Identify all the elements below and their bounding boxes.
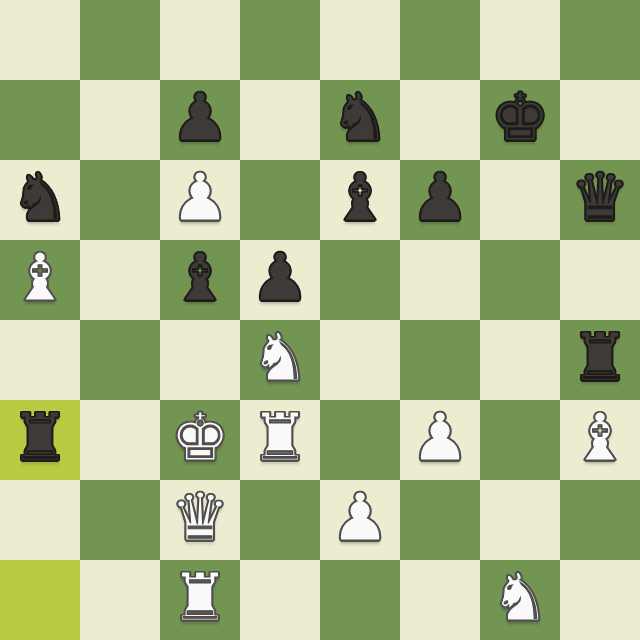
square-h4[interactable]: ♜ — [560, 320, 640, 400]
square-b1[interactable] — [80, 560, 160, 640]
square-d7[interactable] — [240, 80, 320, 160]
white-pawn-c6[interactable]: ♟ — [170, 158, 229, 238]
square-b4[interactable] — [80, 320, 160, 400]
square-d1[interactable] — [240, 560, 320, 640]
square-b2[interactable] — [80, 480, 160, 560]
square-e4[interactable] — [320, 320, 400, 400]
square-c8[interactable] — [160, 0, 240, 80]
square-h7[interactable] — [560, 80, 640, 160]
black-rook-a3[interactable]: ♜ — [10, 398, 69, 478]
square-a7[interactable] — [0, 80, 80, 160]
square-h3[interactable]: ♝ — [560, 400, 640, 480]
white-knight-g1[interactable]: ♞ — [490, 558, 549, 638]
white-bishop-a5[interactable]: ♝ — [10, 238, 69, 318]
black-bishop-c5[interactable]: ♝ — [170, 238, 229, 318]
square-d4[interactable]: ♞ — [240, 320, 320, 400]
square-e5[interactable] — [320, 240, 400, 320]
square-f5[interactable] — [400, 240, 480, 320]
square-e7[interactable]: ♞ — [320, 80, 400, 160]
square-e3[interactable] — [320, 400, 400, 480]
black-queen-h6[interactable]: ♛ — [570, 158, 629, 238]
square-c7[interactable]: ♟ — [160, 80, 240, 160]
square-c5[interactable]: ♝ — [160, 240, 240, 320]
square-g7[interactable]: ♚ — [480, 80, 560, 160]
square-c6[interactable]: ♟ — [160, 160, 240, 240]
square-d6[interactable] — [240, 160, 320, 240]
white-queen-c2[interactable]: ♛ — [170, 478, 229, 558]
square-g2[interactable] — [480, 480, 560, 560]
white-pawn-e2[interactable]: ♟ — [330, 478, 389, 558]
square-g6[interactable] — [480, 160, 560, 240]
square-g8[interactable] — [480, 0, 560, 80]
square-f3[interactable]: ♟ — [400, 400, 480, 480]
square-e2[interactable]: ♟ — [320, 480, 400, 560]
square-b5[interactable] — [80, 240, 160, 320]
square-a3[interactable]: ♜ — [0, 400, 80, 480]
square-a4[interactable] — [0, 320, 80, 400]
black-rook-h4[interactable]: ♜ — [570, 318, 629, 398]
black-pawn-d5[interactable]: ♟ — [250, 238, 309, 318]
square-h8[interactable] — [560, 0, 640, 80]
square-d3[interactable]: ♜ — [240, 400, 320, 480]
square-f7[interactable] — [400, 80, 480, 160]
square-e8[interactable] — [320, 0, 400, 80]
black-king-g7[interactable]: ♚ — [490, 78, 549, 158]
square-d5[interactable]: ♟ — [240, 240, 320, 320]
square-a1[interactable] — [0, 560, 80, 640]
square-h5[interactable] — [560, 240, 640, 320]
square-f2[interactable] — [400, 480, 480, 560]
black-pawn-c7[interactable]: ♟ — [170, 78, 229, 158]
square-b6[interactable] — [80, 160, 160, 240]
white-rook-c1[interactable]: ♜ — [170, 558, 229, 638]
black-pawn-f6[interactable]: ♟ — [410, 158, 469, 238]
white-knight-d4[interactable]: ♞ — [250, 318, 309, 398]
square-c4[interactable] — [160, 320, 240, 400]
square-h2[interactable] — [560, 480, 640, 560]
square-e6[interactable]: ♝ — [320, 160, 400, 240]
square-d8[interactable] — [240, 0, 320, 80]
chess-board: ♟♞♚♞♟♝♟♛♝♝♟♞♜♜♚♜♟♝♛♟♜♞ — [0, 0, 640, 640]
square-c1[interactable]: ♜ — [160, 560, 240, 640]
square-b8[interactable] — [80, 0, 160, 80]
square-a5[interactable]: ♝ — [0, 240, 80, 320]
white-king-c3[interactable]: ♚ — [170, 398, 229, 478]
square-f6[interactable]: ♟ — [400, 160, 480, 240]
square-a8[interactable] — [0, 0, 80, 80]
square-c3[interactable]: ♚ — [160, 400, 240, 480]
square-g3[interactable] — [480, 400, 560, 480]
square-g1[interactable]: ♞ — [480, 560, 560, 640]
square-a2[interactable] — [0, 480, 80, 560]
white-pawn-f3[interactable]: ♟ — [410, 398, 469, 478]
square-c2[interactable]: ♛ — [160, 480, 240, 560]
square-d2[interactable] — [240, 480, 320, 560]
square-g5[interactable] — [480, 240, 560, 320]
square-f1[interactable] — [400, 560, 480, 640]
square-h1[interactable] — [560, 560, 640, 640]
black-knight-a6[interactable]: ♞ — [10, 158, 69, 238]
black-bishop-e6[interactable]: ♝ — [330, 158, 389, 238]
square-f4[interactable] — [400, 320, 480, 400]
square-g4[interactable] — [480, 320, 560, 400]
black-knight-e7[interactable]: ♞ — [330, 78, 389, 158]
square-h6[interactable]: ♛ — [560, 160, 640, 240]
square-b3[interactable] — [80, 400, 160, 480]
square-b7[interactable] — [80, 80, 160, 160]
white-rook-d3[interactable]: ♜ — [250, 398, 309, 478]
white-bishop-h3[interactable]: ♝ — [570, 398, 629, 478]
square-f8[interactable] — [400, 0, 480, 80]
square-e1[interactable] — [320, 560, 400, 640]
square-a6[interactable]: ♞ — [0, 160, 80, 240]
